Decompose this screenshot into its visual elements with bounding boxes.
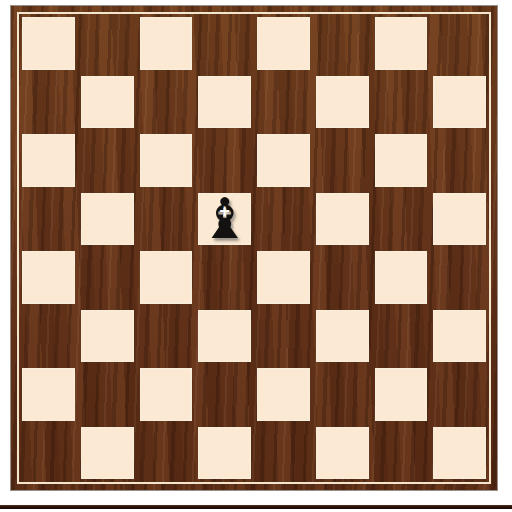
- square-e6[interactable]: [254, 131, 313, 190]
- light-square-surface: [433, 427, 486, 480]
- square-f4[interactable]: [313, 248, 372, 307]
- square-b5[interactable]: [78, 190, 137, 249]
- black-bishop-glyph: ♝: [200, 191, 250, 247]
- square-c1[interactable]: [137, 424, 196, 483]
- square-a3[interactable]: [19, 307, 78, 366]
- square-b3[interactable]: [78, 307, 137, 366]
- light-square-surface: [140, 251, 193, 304]
- light-square-surface: [22, 134, 75, 187]
- square-d8[interactable]: [195, 14, 254, 73]
- light-square-surface: [257, 368, 310, 421]
- square-a8[interactable]: [19, 14, 78, 73]
- light-square-surface: [22, 368, 75, 421]
- square-h8[interactable]: [430, 14, 489, 73]
- light-square-surface: [22, 251, 75, 304]
- square-g8[interactable]: [372, 14, 431, 73]
- square-a5[interactable]: [19, 190, 78, 249]
- square-g2[interactable]: [372, 365, 431, 424]
- square-g5[interactable]: [372, 190, 431, 249]
- light-square-surface: [140, 368, 193, 421]
- square-b1[interactable]: [78, 424, 137, 483]
- square-d3[interactable]: [195, 307, 254, 366]
- light-square-surface: [257, 134, 310, 187]
- light-square-surface: [433, 76, 486, 129]
- light-square-surface: [140, 17, 193, 70]
- chess-board-frame: ♝+: [10, 5, 498, 491]
- light-square-surface: [198, 76, 251, 129]
- square-a6[interactable]: [19, 131, 78, 190]
- square-h2[interactable]: [430, 365, 489, 424]
- light-square-surface: [198, 427, 251, 480]
- square-c8[interactable]: [137, 14, 196, 73]
- light-square-surface: [316, 310, 369, 363]
- light-square-surface: [316, 76, 369, 129]
- square-a4[interactable]: [19, 248, 78, 307]
- piece-black-bishop[interactable]: ♝+: [195, 190, 254, 249]
- light-square-surface: [433, 310, 486, 363]
- square-f3[interactable]: [313, 307, 372, 366]
- light-square-surface: [81, 193, 134, 246]
- square-c3[interactable]: [137, 307, 196, 366]
- square-b2[interactable]: [78, 365, 137, 424]
- square-c4[interactable]: [137, 248, 196, 307]
- square-d7[interactable]: [195, 73, 254, 132]
- square-f6[interactable]: [313, 131, 372, 190]
- square-e5[interactable]: [254, 190, 313, 249]
- light-square-surface: [375, 17, 428, 70]
- square-e3[interactable]: [254, 307, 313, 366]
- square-g7[interactable]: [372, 73, 431, 132]
- square-a1[interactable]: [19, 424, 78, 483]
- square-h4[interactable]: [430, 248, 489, 307]
- light-square-surface: [81, 427, 134, 480]
- light-square-surface: [316, 427, 369, 480]
- square-g4[interactable]: [372, 248, 431, 307]
- square-b4[interactable]: [78, 248, 137, 307]
- square-b8[interactable]: [78, 14, 137, 73]
- square-c5[interactable]: [137, 190, 196, 249]
- light-square-surface: [316, 193, 369, 246]
- light-square-surface: [375, 368, 428, 421]
- light-square-surface: [81, 76, 134, 129]
- light-square-surface: [375, 134, 428, 187]
- square-g6[interactable]: [372, 131, 431, 190]
- square-h1[interactable]: [430, 424, 489, 483]
- light-square-surface: [257, 251, 310, 304]
- square-e4[interactable]: [254, 248, 313, 307]
- light-square-surface: [81, 310, 134, 363]
- square-d6[interactable]: [195, 131, 254, 190]
- square-g3[interactable]: [372, 307, 431, 366]
- bottom-divider-line: [0, 505, 512, 509]
- light-square-surface: [198, 310, 251, 363]
- square-h5[interactable]: [430, 190, 489, 249]
- square-e1[interactable]: [254, 424, 313, 483]
- square-e8[interactable]: [254, 14, 313, 73]
- square-a7[interactable]: [19, 73, 78, 132]
- square-d2[interactable]: [195, 365, 254, 424]
- square-d4[interactable]: [195, 248, 254, 307]
- square-a2[interactable]: [19, 365, 78, 424]
- square-h3[interactable]: [430, 307, 489, 366]
- square-f1[interactable]: [313, 424, 372, 483]
- square-h6[interactable]: [430, 131, 489, 190]
- square-g1[interactable]: [372, 424, 431, 483]
- square-b6[interactable]: [78, 131, 137, 190]
- chess-board: ♝+: [17, 12, 491, 484]
- square-f2[interactable]: [313, 365, 372, 424]
- square-c2[interactable]: [137, 365, 196, 424]
- square-d5[interactable]: ♝+: [195, 190, 254, 249]
- square-h7[interactable]: [430, 73, 489, 132]
- square-f8[interactable]: [313, 14, 372, 73]
- square-f5[interactable]: [313, 190, 372, 249]
- square-f7[interactable]: [313, 73, 372, 132]
- light-square-surface: [22, 17, 75, 70]
- square-c7[interactable]: [137, 73, 196, 132]
- light-square-surface: [257, 17, 310, 70]
- square-e7[interactable]: [254, 73, 313, 132]
- square-b7[interactable]: [78, 73, 137, 132]
- square-c6[interactable]: [137, 131, 196, 190]
- page: ♝+: [0, 0, 512, 512]
- light-square-surface: [433, 193, 486, 246]
- square-e2[interactable]: [254, 365, 313, 424]
- light-square-surface: [375, 251, 428, 304]
- light-square-surface: [140, 134, 193, 187]
- square-d1[interactable]: [195, 424, 254, 483]
